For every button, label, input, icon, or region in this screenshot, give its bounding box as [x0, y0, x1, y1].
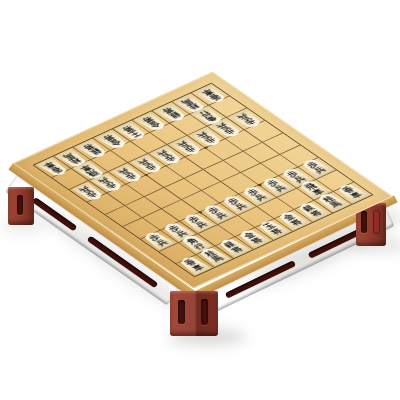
piece-kanji: 将 [229, 245, 244, 254]
leg-slot [373, 210, 380, 234]
piece-kanji: 行 [191, 241, 206, 250]
piece-kanji: 兵 [174, 229, 189, 238]
piece-kanji: 兵 [213, 211, 228, 220]
shogi-table-photo: 香車桂馬銀将金将王将金将銀将桂馬香車飛車角行歩兵歩兵歩兵歩兵歩兵歩兵歩兵歩兵歩兵… [0, 0, 400, 400]
piece-kanji: 将 [289, 218, 304, 227]
piece-kanji: 兵 [193, 220, 208, 229]
piece-kanji: 馬 [210, 254, 225, 263]
piece-kanji: 兵 [292, 175, 307, 184]
leg-slot [361, 211, 367, 233]
piece-kanji: 将 [308, 209, 323, 218]
piece-kanji: 将 [269, 227, 284, 236]
piece-kanji: 馬 [328, 200, 343, 209]
piece-kanji: 兵 [233, 202, 248, 211]
stand-leg-left [8, 187, 34, 225]
piece-kanji: 兵 [253, 193, 268, 202]
piece-kanji: 車 [348, 190, 363, 199]
leg-slot [201, 299, 208, 325]
leg-slot [178, 300, 185, 324]
stand-leg-front [170, 291, 218, 336]
piece-kanji: 車 [310, 187, 325, 196]
piece-kanji: 車 [190, 263, 205, 272]
leg-slot [17, 195, 23, 215]
piece-kanji: 兵 [154, 238, 169, 247]
piece-kanji: 将 [249, 236, 264, 245]
piece-kanji: 兵 [272, 184, 287, 193]
piece-kanji: 兵 [312, 166, 327, 175]
